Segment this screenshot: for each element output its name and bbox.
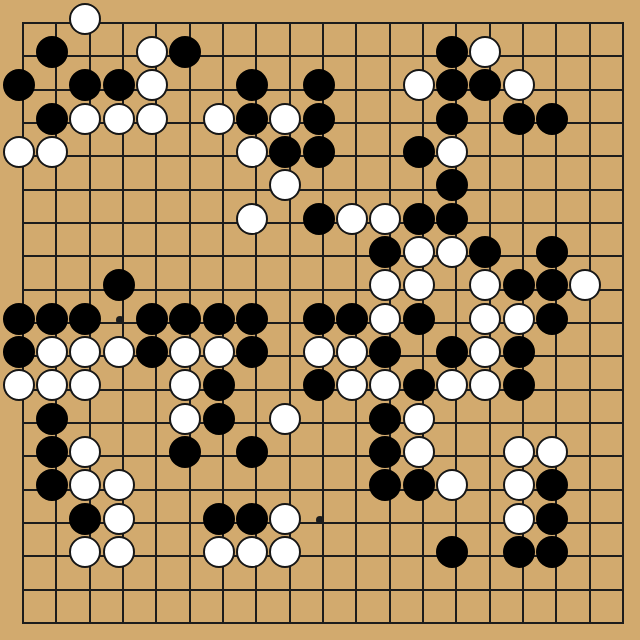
stone-black xyxy=(136,336,168,368)
stone-black xyxy=(3,303,35,335)
stone-black xyxy=(403,136,435,168)
stone-white xyxy=(269,103,301,135)
stone-black xyxy=(3,69,35,101)
stone-black xyxy=(3,336,35,368)
stone-black xyxy=(36,36,68,68)
stone-black xyxy=(236,503,268,535)
stone-black xyxy=(436,536,468,568)
stone-black xyxy=(369,403,401,435)
stone-white xyxy=(136,36,168,68)
stone-black xyxy=(36,403,68,435)
stone-white xyxy=(469,303,501,335)
stone-white xyxy=(403,403,435,435)
stone-black xyxy=(403,469,435,501)
stone-white xyxy=(269,403,301,435)
stone-black xyxy=(236,103,268,135)
stone-black xyxy=(236,303,268,335)
stone-black xyxy=(536,103,568,135)
stone-white xyxy=(336,203,368,235)
stone-white xyxy=(3,136,35,168)
stone-black xyxy=(203,303,235,335)
stone-black xyxy=(436,36,468,68)
stone-black xyxy=(303,203,335,235)
stone-black xyxy=(403,369,435,401)
stone-white xyxy=(503,503,535,535)
stone-black xyxy=(436,336,468,368)
stone-black xyxy=(69,303,101,335)
stone-black xyxy=(503,269,535,301)
stone-white xyxy=(436,136,468,168)
stone-white xyxy=(269,503,301,535)
stone-white xyxy=(403,69,435,101)
stone-white xyxy=(303,336,335,368)
stone-black xyxy=(303,69,335,101)
stone-white xyxy=(103,536,135,568)
stone-black xyxy=(236,436,268,468)
stone-white xyxy=(3,369,35,401)
stone-white xyxy=(203,536,235,568)
stone-black xyxy=(203,403,235,435)
stone-white xyxy=(503,69,535,101)
stone-black xyxy=(303,369,335,401)
stone-white xyxy=(403,436,435,468)
stone-white xyxy=(203,103,235,135)
stone-white xyxy=(236,536,268,568)
star-point xyxy=(116,316,124,324)
stone-black xyxy=(169,303,201,335)
stone-white xyxy=(103,103,135,135)
stone-black xyxy=(436,103,468,135)
stone-black xyxy=(403,303,435,335)
stone-black xyxy=(136,303,168,335)
stone-black xyxy=(36,103,68,135)
stone-white xyxy=(503,303,535,335)
stone-white xyxy=(403,269,435,301)
stone-black xyxy=(303,303,335,335)
stone-black xyxy=(103,269,135,301)
stone-white xyxy=(36,336,68,368)
stone-black xyxy=(503,103,535,135)
stone-black xyxy=(503,336,535,368)
stone-white xyxy=(536,436,568,468)
stone-white xyxy=(36,136,68,168)
stone-white xyxy=(169,403,201,435)
stone-white xyxy=(69,103,101,135)
stone-white xyxy=(203,336,235,368)
stone-black xyxy=(503,536,535,568)
stone-black xyxy=(536,503,568,535)
stone-black xyxy=(536,236,568,268)
stone-black xyxy=(403,203,435,235)
stone-white xyxy=(336,336,368,368)
stone-white xyxy=(503,469,535,501)
stone-black xyxy=(36,303,68,335)
stone-white xyxy=(436,236,468,268)
stone-black xyxy=(69,503,101,535)
stone-black xyxy=(303,103,335,135)
stone-white xyxy=(236,136,268,168)
stone-black xyxy=(236,336,268,368)
stone-white xyxy=(403,236,435,268)
stone-white xyxy=(69,3,101,35)
stone-black xyxy=(436,203,468,235)
stone-black xyxy=(203,369,235,401)
stone-black xyxy=(336,303,368,335)
stone-white xyxy=(103,469,135,501)
stone-white xyxy=(136,103,168,135)
stone-black xyxy=(503,369,535,401)
stone-black xyxy=(536,536,568,568)
stone-white xyxy=(236,203,268,235)
stone-black xyxy=(203,503,235,535)
stone-black xyxy=(103,69,135,101)
stone-white xyxy=(369,303,401,335)
go-board[interactable] xyxy=(0,0,640,640)
stone-black xyxy=(536,303,568,335)
stone-black xyxy=(303,136,335,168)
stone-white xyxy=(103,336,135,368)
star-point xyxy=(316,516,324,524)
stone-white xyxy=(503,436,535,468)
stone-black xyxy=(36,436,68,468)
stone-white xyxy=(103,503,135,535)
stone-white xyxy=(369,203,401,235)
